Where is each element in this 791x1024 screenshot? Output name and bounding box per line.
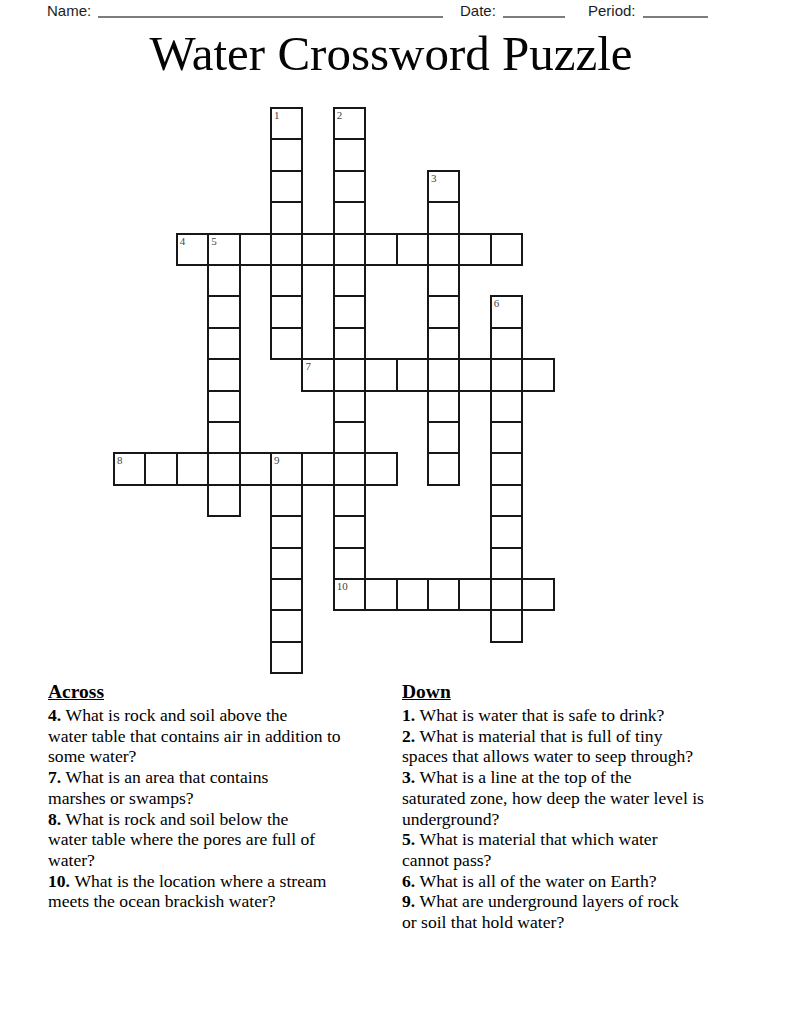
grid-cell-r3c10[interactable] [427,201,460,234]
grid-cell-r10c7[interactable] [333,421,366,454]
grid-cell-r8c11[interactable] [458,358,491,391]
date-label: Date: [460,2,496,19]
grid-cell-r13c12[interactable] [490,515,523,548]
grid-cell-r8c6[interactable]: 7 [301,358,334,391]
grid-cell-r3c5[interactable] [270,201,303,234]
across-header: Across [48,681,394,702]
grid-cell-r16c5[interactable] [270,609,303,642]
grid-cell-r11c2[interactable] [176,452,209,485]
grid-cell-r15c10[interactable] [427,578,460,611]
grid-cell-r2c5[interactable] [270,170,303,203]
grid-cell-r14c7[interactable] [333,547,366,580]
grid-cell-r6c12[interactable]: 6 [490,295,523,328]
across-clue-10: 10. What is the location where a stream [48,871,394,892]
grid-cell-r9c3[interactable] [207,390,240,423]
down-clue-5-cont: cannot pass? [402,850,762,871]
grid-cell-r11c12[interactable] [490,452,523,485]
grid-cell-r8c7[interactable] [333,358,366,391]
across-clue-7: 7. What is an area that contains [48,767,394,788]
grid-cell-r8c8[interactable] [364,358,397,391]
grid-cell-r4c10[interactable] [427,233,460,266]
grid-cell-r13c7[interactable] [333,515,366,548]
grid-cell-r11c4[interactable] [239,452,272,485]
grid-cell-r5c5[interactable] [270,264,303,297]
grid-cell-r7c5[interactable] [270,327,303,360]
grid-cell-r5c3[interactable] [207,264,240,297]
grid-cell-r11c5[interactable]: 9 [270,452,303,485]
across-clue-8: 8. What is rock and soil below the [48,809,394,830]
grid-cell-r15c13[interactable] [521,578,554,611]
grid-cell-r15c11[interactable] [458,578,491,611]
period-label: Period: [588,2,636,19]
grid-cell-r1c7[interactable] [333,138,366,171]
across-clue-4-cont: water table that contains air in additio… [48,726,394,747]
grid-cell-r3c7[interactable] [333,201,366,234]
grid-cell-r16c12[interactable] [490,609,523,642]
grid-cell-r7c3[interactable] [207,327,240,360]
grid-cell-r0c5[interactable]: 1 [270,107,303,140]
down-clue-9-cont: or soil that hold water? [402,912,762,933]
cell-number-7: 7 [305,360,311,372]
grid-cell-r11c8[interactable] [364,452,397,485]
across-clues-section: Across 4. What is rock and soil above th… [48,681,394,912]
grid-cell-r12c7[interactable] [333,484,366,517]
grid-cell-r4c2[interactable]: 4 [176,233,209,266]
grid-cell-r15c5[interactable] [270,578,303,611]
grid-cell-r15c9[interactable] [396,578,429,611]
grid-cell-r13c5[interactable] [270,515,303,548]
cell-number-8: 8 [117,454,123,466]
name-label: Name: [47,2,91,19]
page-title: Water Crossword Puzzle [0,26,782,82]
across-clue-8-cont: water? [48,850,394,871]
date-blank-line[interactable] [503,1,565,18]
grid-cell-r8c3[interactable] [207,358,240,391]
grid-cell-r15c8[interactable] [364,578,397,611]
across-clue-7-cont: marshes or swamps? [48,788,394,809]
period-blank-line[interactable] [643,1,708,18]
down-header: Down [402,681,762,702]
grid-cell-r4c8[interactable] [364,233,397,266]
grid-cell-r0c7[interactable]: 2 [333,107,366,140]
grid-cell-r6c10[interactable] [427,295,460,328]
across-clue-4: 4. What is rock and soil above the [48,705,394,726]
down-clue-3-cont: underground? [402,809,762,830]
down-clue-3: 3. What is a line at the top of the [402,767,762,788]
grid-cell-r9c7[interactable] [333,390,366,423]
grid-cell-r4c12[interactable] [490,233,523,266]
grid-cell-r4c4[interactable] [239,233,272,266]
grid-cell-r12c5[interactable] [270,484,303,517]
grid-cell-r5c10[interactable] [427,264,460,297]
down-clue-5: 5. What is material that which water [402,829,762,850]
grid-cell-r8c10[interactable] [427,358,460,391]
grid-cell-r15c7[interactable]: 10 [333,578,366,611]
down-clue-2: 2. What is material that is full of tiny [402,726,762,747]
grid-cell-r4c3[interactable]: 5 [207,233,240,266]
grid-cell-r11c1[interactable] [144,452,177,485]
grid-cell-r11c10[interactable] [427,452,460,485]
down-clue-9: 9. What are underground layers of rock [402,891,762,912]
grid-cell-r11c0[interactable]: 8 [113,452,146,485]
cell-number-6: 6 [494,297,500,309]
down-clue-list: 1. What is water that is safe to drink?2… [402,705,762,933]
cell-number-5: 5 [211,235,217,247]
grid-cell-r10c3[interactable] [207,421,240,454]
grid-cell-r5c7[interactable] [333,264,366,297]
across-clue-list: 4. What is rock and soil above thewater … [48,705,394,912]
crossword-grid: 12345678910 [113,107,555,673]
cell-number-4: 4 [180,235,186,247]
grid-cell-r10c12[interactable] [490,421,523,454]
cell-number-2: 2 [337,109,343,121]
grid-cell-r1c5[interactable] [270,138,303,171]
down-clue-1: 1. What is water that is safe to drink? [402,705,762,726]
cell-number-9: 9 [274,454,280,466]
cell-number-1: 1 [274,109,280,121]
grid-cell-r11c7[interactable] [333,452,366,485]
grid-cell-r2c10[interactable]: 3 [427,170,460,203]
grid-cell-r8c13[interactable] [521,358,554,391]
grid-cell-r6c7[interactable] [333,295,366,328]
grid-cell-r4c9[interactable] [396,233,429,266]
down-clue-2-cont: spaces that allows water to seep through… [402,746,762,767]
grid-cell-r7c7[interactable] [333,327,366,360]
grid-cell-r14c12[interactable] [490,547,523,580]
across-clue-4-cont: some water? [48,746,394,767]
grid-cell-r7c12[interactable] [490,327,523,360]
across-clue-8-cont: water table where the pores are full of [48,829,394,850]
grid-cell-r4c5[interactable] [270,233,303,266]
grid-cell-r6c5[interactable] [270,295,303,328]
grid-cell-r2c7[interactable] [333,170,366,203]
grid-cell-r6c3[interactable] [207,295,240,328]
grid-cell-r4c7[interactable] [333,233,366,266]
grid-cell-r8c12[interactable] [490,358,523,391]
down-clue-6: 6. What is all of the water on Earth? [402,871,762,892]
grid-cell-r9c12[interactable] [490,390,523,423]
grid-cell-r17c5[interactable] [270,641,303,674]
grid-cell-r12c12[interactable] [490,484,523,517]
grid-cell-r8c9[interactable] [396,358,429,391]
across-clue-10-cont: meets the ocean brackish water? [48,891,394,912]
grid-cell-r7c10[interactable] [427,327,460,360]
down-clue-3-cont: saturated zone, how deep the water level… [402,788,762,809]
grid-cell-r11c3[interactable] [207,452,240,485]
grid-cell-r11c6[interactable] [301,452,334,485]
grid-cell-r4c11[interactable] [458,233,491,266]
grid-cell-r15c12[interactable] [490,578,523,611]
grid-cell-r10c10[interactable] [427,421,460,454]
down-clues-section: Down 1. What is water that is safe to dr… [402,681,762,933]
grid-cell-r4c6[interactable] [301,233,334,266]
name-blank-line[interactable] [98,1,443,18]
cell-number-3: 3 [431,172,437,184]
grid-cell-r12c3[interactable] [207,484,240,517]
cell-number-10: 10 [337,580,348,592]
grid-cell-r14c5[interactable] [270,547,303,580]
grid-cell-r9c10[interactable] [427,390,460,423]
